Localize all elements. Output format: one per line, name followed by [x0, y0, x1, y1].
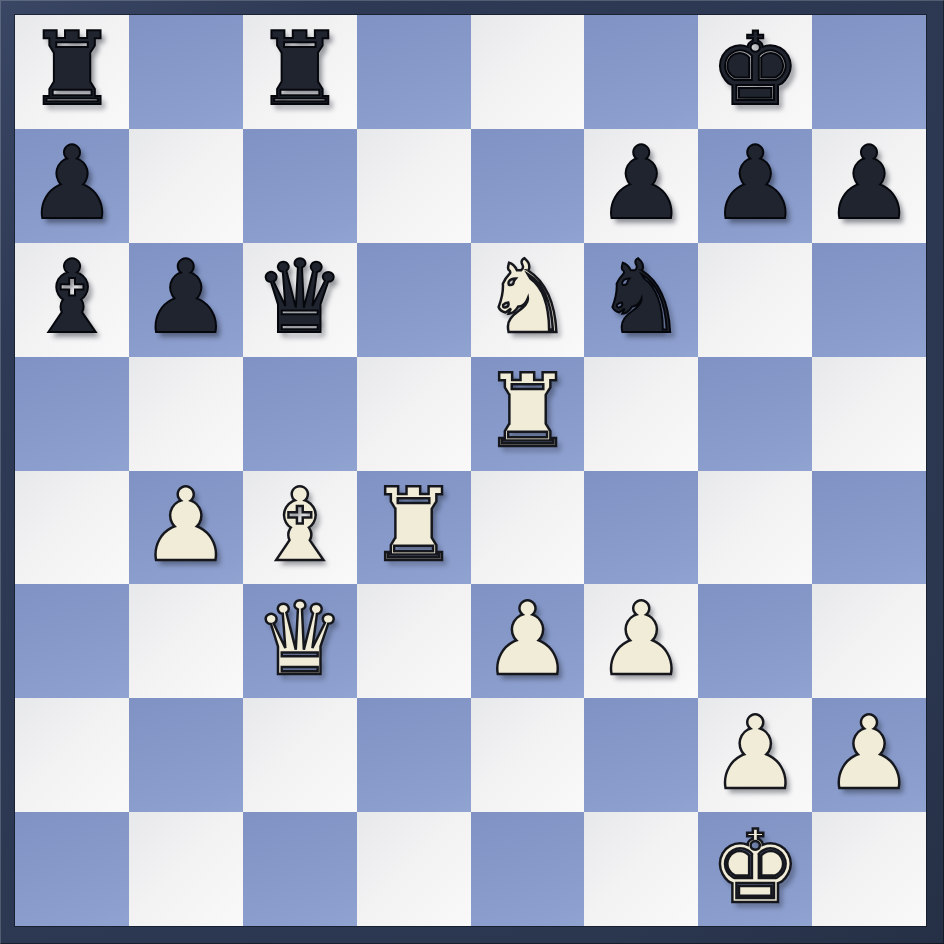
square-a3[interactable] [15, 584, 129, 698]
square-a2[interactable] [15, 698, 129, 812]
square-g3[interactable] [698, 584, 812, 698]
square-h2[interactable]: ♟ [812, 698, 926, 812]
square-c1[interactable] [243, 812, 357, 926]
square-g6[interactable] [698, 243, 812, 357]
square-b6[interactable]: ♟ [129, 243, 243, 357]
square-e1[interactable] [471, 812, 585, 926]
square-h1[interactable] [812, 812, 926, 926]
square-g5[interactable] [698, 357, 812, 471]
square-f5[interactable] [584, 357, 698, 471]
square-f1[interactable] [584, 812, 698, 926]
square-h8[interactable] [812, 15, 926, 129]
square-f3[interactable]: ♟ [584, 584, 698, 698]
square-c4[interactable]: ♝ [243, 471, 357, 585]
piece-white-pawn[interactable]: ♟ [482, 589, 573, 690]
square-f8[interactable] [584, 15, 698, 129]
square-g7[interactable]: ♟ [698, 129, 812, 243]
square-a7[interactable]: ♟ [15, 129, 129, 243]
square-d6[interactable] [357, 243, 471, 357]
chess-board-frame: ♜♜♚♟♟♟♟♝♟♛♞♞♜♟♝♜♛♟♟♟♟♚ [0, 0, 944, 944]
square-a4[interactable] [15, 471, 129, 585]
square-g4[interactable] [698, 471, 812, 585]
square-c6[interactable]: ♛ [243, 243, 357, 357]
square-d3[interactable] [357, 584, 471, 698]
square-e2[interactable] [471, 698, 585, 812]
piece-black-king[interactable]: ♚ [710, 19, 801, 120]
square-c2[interactable] [243, 698, 357, 812]
square-e7[interactable] [471, 129, 585, 243]
square-a5[interactable] [15, 357, 129, 471]
piece-black-rook[interactable]: ♜ [27, 19, 118, 120]
square-d2[interactable] [357, 698, 471, 812]
square-a6[interactable]: ♝ [15, 243, 129, 357]
square-a1[interactable] [15, 812, 129, 926]
piece-black-rook[interactable]: ♜ [254, 19, 345, 120]
piece-white-rook[interactable]: ♜ [482, 361, 573, 462]
square-c5[interactable] [243, 357, 357, 471]
square-h7[interactable]: ♟ [812, 129, 926, 243]
chess-board: ♜♜♚♟♟♟♟♝♟♛♞♞♜♟♝♜♛♟♟♟♟♚ [15, 15, 926, 926]
square-e5[interactable]: ♜ [471, 357, 585, 471]
square-b5[interactable] [129, 357, 243, 471]
square-f6[interactable]: ♞ [584, 243, 698, 357]
square-e4[interactable] [471, 471, 585, 585]
piece-white-rook[interactable]: ♜ [368, 475, 459, 576]
square-g1[interactable]: ♚ [698, 812, 812, 926]
piece-black-queen[interactable]: ♛ [254, 247, 345, 348]
square-f7[interactable]: ♟ [584, 129, 698, 243]
piece-white-bishop[interactable]: ♝ [254, 475, 345, 576]
square-d8[interactable] [357, 15, 471, 129]
square-b3[interactable] [129, 584, 243, 698]
square-b7[interactable] [129, 129, 243, 243]
square-d7[interactable] [357, 129, 471, 243]
square-d5[interactable] [357, 357, 471, 471]
square-e6[interactable]: ♞ [471, 243, 585, 357]
piece-white-king[interactable]: ♚ [710, 817, 801, 918]
square-e3[interactable]: ♟ [471, 584, 585, 698]
square-c8[interactable]: ♜ [243, 15, 357, 129]
piece-black-pawn[interactable]: ♟ [824, 133, 915, 234]
square-h4[interactable] [812, 471, 926, 585]
square-f4[interactable] [584, 471, 698, 585]
square-b2[interactable] [129, 698, 243, 812]
piece-black-pawn[interactable]: ♟ [27, 133, 118, 234]
square-c3[interactable]: ♛ [243, 584, 357, 698]
piece-white-pawn[interactable]: ♟ [824, 703, 915, 804]
square-b1[interactable] [129, 812, 243, 926]
square-a8[interactable]: ♜ [15, 15, 129, 129]
piece-white-queen[interactable]: ♛ [254, 589, 345, 690]
square-g8[interactable]: ♚ [698, 15, 812, 129]
square-g2[interactable]: ♟ [698, 698, 812, 812]
piece-black-pawn[interactable]: ♟ [596, 133, 687, 234]
piece-black-pawn[interactable]: ♟ [710, 133, 801, 234]
piece-black-bishop[interactable]: ♝ [27, 247, 118, 348]
piece-black-knight[interactable]: ♞ [596, 247, 687, 348]
square-e8[interactable] [471, 15, 585, 129]
square-h5[interactable] [812, 357, 926, 471]
square-f2[interactable] [584, 698, 698, 812]
piece-white-pawn[interactable]: ♟ [710, 703, 801, 804]
square-d4[interactable]: ♜ [357, 471, 471, 585]
piece-white-knight[interactable]: ♞ [482, 247, 573, 348]
square-h3[interactable] [812, 584, 926, 698]
piece-white-pawn[interactable]: ♟ [141, 475, 232, 576]
square-h6[interactable] [812, 243, 926, 357]
square-d1[interactable] [357, 812, 471, 926]
square-c7[interactable] [243, 129, 357, 243]
piece-white-pawn[interactable]: ♟ [596, 589, 687, 690]
square-b8[interactable] [129, 15, 243, 129]
piece-black-pawn[interactable]: ♟ [141, 247, 232, 348]
square-b4[interactable]: ♟ [129, 471, 243, 585]
